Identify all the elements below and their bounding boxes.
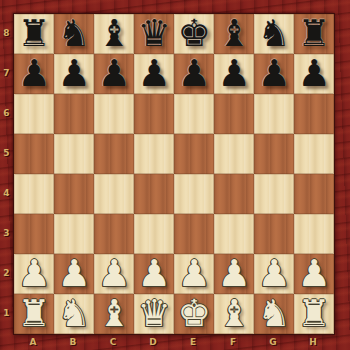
square-b6[interactable] [54, 94, 94, 134]
square-g8[interactable]: ♞ [254, 14, 294, 54]
square-f5[interactable] [214, 134, 254, 174]
square-a1[interactable]: ♜ [14, 294, 54, 334]
square-f6[interactable] [214, 94, 254, 134]
square-b3[interactable] [54, 214, 94, 254]
rank-label-4: 4 [0, 173, 13, 213]
square-a6[interactable] [14, 94, 54, 134]
rank-label-1: 1 [0, 293, 13, 333]
square-h4[interactable] [294, 174, 334, 214]
piece-white-pawn[interactable]: ♟ [57, 255, 90, 292]
piece-black-bishop[interactable]: ♝ [217, 15, 250, 52]
square-c3[interactable] [94, 214, 134, 254]
square-g6[interactable] [254, 94, 294, 134]
square-d6[interactable] [134, 94, 174, 134]
square-e4[interactable] [174, 174, 214, 214]
square-g2[interactable]: ♟ [254, 254, 294, 294]
square-e1[interactable]: ♚ [174, 294, 214, 334]
square-d3[interactable] [134, 214, 174, 254]
square-b2[interactable]: ♟ [54, 254, 94, 294]
piece-white-pawn[interactable]: ♟ [17, 255, 50, 292]
piece-black-rook[interactable]: ♜ [17, 15, 50, 52]
square-a8[interactable]: ♜ [14, 14, 54, 54]
square-e3[interactable] [174, 214, 214, 254]
square-h5[interactable] [294, 134, 334, 174]
square-d7[interactable]: ♟ [134, 54, 174, 94]
square-b7[interactable]: ♟ [54, 54, 94, 94]
rank-label-8: 8 [0, 13, 13, 53]
square-a2[interactable]: ♟ [14, 254, 54, 294]
piece-black-pawn[interactable]: ♟ [17, 55, 50, 92]
square-c1[interactable]: ♝ [94, 294, 134, 334]
square-h7[interactable]: ♟ [294, 54, 334, 94]
square-e8[interactable]: ♚ [174, 14, 214, 54]
square-f2[interactable]: ♟ [214, 254, 254, 294]
chess-board: ♜♞♝♛♚♝♞♜♟♟♟♟♟♟♟♟♟♟♟♟♟♟♟♟♜♞♝♛♚♝♞♜ [13, 13, 335, 335]
square-c4[interactable] [94, 174, 134, 214]
piece-black-king[interactable]: ♚ [177, 15, 210, 52]
piece-black-pawn[interactable]: ♟ [137, 55, 170, 92]
piece-white-bishop[interactable]: ♝ [217, 295, 250, 332]
square-h8[interactable]: ♜ [294, 14, 334, 54]
square-a4[interactable] [14, 174, 54, 214]
file-label-g: G [253, 334, 293, 350]
rank-labels: 87654321 [0, 13, 13, 333]
piece-black-pawn[interactable]: ♟ [217, 55, 250, 92]
piece-white-queen[interactable]: ♛ [137, 295, 170, 332]
square-a5[interactable] [14, 134, 54, 174]
square-b1[interactable]: ♞ [54, 294, 94, 334]
piece-black-pawn[interactable]: ♟ [97, 55, 130, 92]
square-g3[interactable] [254, 214, 294, 254]
piece-white-pawn[interactable]: ♟ [297, 255, 330, 292]
piece-black-pawn[interactable]: ♟ [177, 55, 210, 92]
square-c7[interactable]: ♟ [94, 54, 134, 94]
piece-black-rook[interactable]: ♜ [297, 15, 330, 52]
square-h1[interactable]: ♜ [294, 294, 334, 334]
square-c6[interactable] [94, 94, 134, 134]
rank-label-2: 2 [0, 253, 13, 293]
square-g1[interactable]: ♞ [254, 294, 294, 334]
square-b4[interactable] [54, 174, 94, 214]
rank-label-3: 3 [0, 213, 13, 253]
square-f3[interactable] [214, 214, 254, 254]
square-c8[interactable]: ♝ [94, 14, 134, 54]
square-h2[interactable]: ♟ [294, 254, 334, 294]
piece-white-knight[interactable]: ♞ [57, 295, 90, 332]
file-label-d: D [133, 334, 173, 350]
piece-black-knight[interactable]: ♞ [257, 15, 290, 52]
square-c5[interactable] [94, 134, 134, 174]
square-d5[interactable] [134, 134, 174, 174]
file-label-e: E [173, 334, 213, 350]
square-e6[interactable] [174, 94, 214, 134]
square-f7[interactable]: ♟ [214, 54, 254, 94]
chess-board-frame: 87654321 ♜♞♝♛♚♝♞♜♟♟♟♟♟♟♟♟♟♟♟♟♟♟♟♟♜♞♝♛♚♝♞… [0, 0, 350, 350]
piece-white-rook[interactable]: ♜ [17, 295, 50, 332]
square-e5[interactable] [174, 134, 214, 174]
file-labels: ABCDEFGH [13, 334, 333, 350]
file-label-c: C [93, 334, 133, 350]
piece-black-bishop[interactable]: ♝ [97, 15, 130, 52]
piece-black-knight[interactable]: ♞ [57, 15, 90, 52]
piece-black-queen[interactable]: ♛ [137, 15, 170, 52]
piece-white-pawn[interactable]: ♟ [177, 255, 210, 292]
piece-white-bishop[interactable]: ♝ [97, 295, 130, 332]
piece-white-rook[interactable]: ♜ [297, 295, 330, 332]
piece-white-knight[interactable]: ♞ [257, 295, 290, 332]
piece-white-king[interactable]: ♚ [177, 295, 210, 332]
piece-black-pawn[interactable]: ♟ [257, 55, 290, 92]
rank-label-6: 6 [0, 93, 13, 133]
square-b8[interactable]: ♞ [54, 14, 94, 54]
square-f1[interactable]: ♝ [214, 294, 254, 334]
piece-white-pawn[interactable]: ♟ [97, 255, 130, 292]
square-f4[interactable] [214, 174, 254, 214]
rank-label-5: 5 [0, 133, 13, 173]
square-f8[interactable]: ♝ [214, 14, 254, 54]
square-d2[interactable]: ♟ [134, 254, 174, 294]
square-b5[interactable] [54, 134, 94, 174]
square-a3[interactable] [14, 214, 54, 254]
file-label-a: A [13, 334, 53, 350]
piece-white-pawn[interactable]: ♟ [257, 255, 290, 292]
square-e7[interactable]: ♟ [174, 54, 214, 94]
rank-label-7: 7 [0, 53, 13, 93]
square-d8[interactable]: ♛ [134, 14, 174, 54]
piece-black-pawn[interactable]: ♟ [297, 55, 330, 92]
square-h6[interactable] [294, 94, 334, 134]
square-h3[interactable] [294, 214, 334, 254]
file-label-b: B [53, 334, 93, 350]
square-c2[interactable]: ♟ [94, 254, 134, 294]
file-label-h: H [293, 334, 333, 350]
square-g5[interactable] [254, 134, 294, 174]
square-d1[interactable]: ♛ [134, 294, 174, 334]
piece-white-pawn[interactable]: ♟ [217, 255, 250, 292]
square-d4[interactable] [134, 174, 174, 214]
square-g7[interactable]: ♟ [254, 54, 294, 94]
piece-white-pawn[interactable]: ♟ [137, 255, 170, 292]
piece-black-pawn[interactable]: ♟ [57, 55, 90, 92]
square-a7[interactable]: ♟ [14, 54, 54, 94]
square-e2[interactable]: ♟ [174, 254, 214, 294]
file-label-f: F [213, 334, 253, 350]
square-g4[interactable] [254, 174, 294, 214]
